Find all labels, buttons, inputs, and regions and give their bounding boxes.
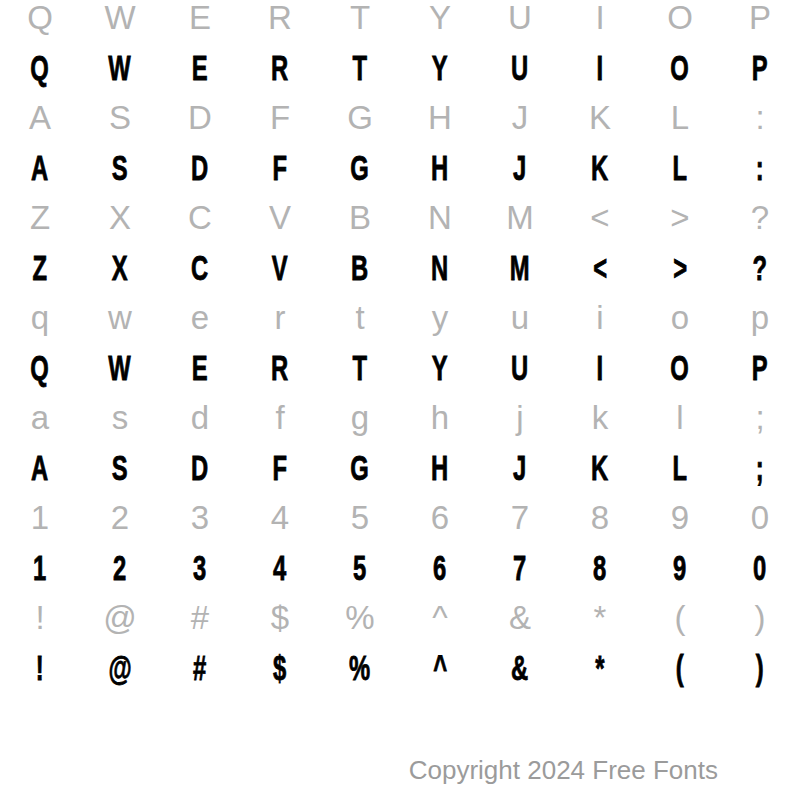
- glyph: F: [273, 448, 288, 488]
- glyph: R: [271, 348, 288, 388]
- glyph-cell: k: [560, 393, 640, 443]
- glyph: 5: [353, 548, 366, 588]
- glyph: E: [192, 48, 208, 88]
- glyph: X: [109, 199, 131, 237]
- glyph: ^: [433, 648, 447, 688]
- glyph: X: [112, 248, 128, 288]
- glyph-cell: 1: [0, 543, 80, 593]
- glyph: Q: [31, 348, 50, 388]
- glyph: U: [511, 348, 528, 388]
- glyph-cell: 7: [480, 543, 560, 593]
- glyph-cell: I: [560, 0, 640, 43]
- glyph: !: [36, 648, 44, 688]
- glyph: ?: [751, 199, 769, 237]
- glyph: 4: [271, 499, 289, 537]
- glyph-cell: <: [560, 193, 640, 243]
- glyph-cell: Z: [0, 243, 80, 293]
- glyph-cell: (: [640, 593, 720, 643]
- glyph-cell: N: [400, 193, 480, 243]
- glyph: &: [511, 648, 528, 688]
- glyph-cell: w: [80, 293, 160, 343]
- glyph-cell: H: [400, 143, 480, 193]
- glyph-cell: W: [80, 343, 160, 393]
- glyph-cell: D: [160, 143, 240, 193]
- glyph: G: [351, 448, 370, 488]
- glyph-cell: h: [400, 393, 480, 443]
- glyph: M: [506, 199, 534, 237]
- glyph-cell: 9: [640, 543, 720, 593]
- glyph-cell: 5: [320, 543, 400, 593]
- glyph-cell: !: [0, 593, 80, 643]
- glyph: ?: [753, 248, 768, 288]
- glyph: G: [347, 99, 373, 137]
- glyph-cell: 4: [240, 493, 320, 543]
- glyph-cell: B: [320, 193, 400, 243]
- glyph: V: [269, 199, 291, 237]
- glyph: K: [591, 148, 608, 188]
- glyph-cell: r: [240, 293, 320, 343]
- glyph-cell: l: [640, 393, 720, 443]
- glyph: N: [428, 199, 452, 237]
- glyph: >: [673, 248, 687, 288]
- glyph: A: [29, 99, 51, 137]
- glyph: d: [191, 399, 209, 437]
- glyph-cell: @: [80, 643, 160, 693]
- glyph-cell: G: [320, 143, 400, 193]
- glyph: :: [755, 99, 764, 137]
- glyph-cell: 6: [400, 493, 480, 543]
- glyph: R: [271, 48, 288, 88]
- glyph-cell: ?: [720, 243, 800, 293]
- glyph: U: [508, 0, 532, 37]
- glyph: 8: [593, 548, 606, 588]
- glyph-cell: F: [240, 143, 320, 193]
- glyph-cell: E: [160, 43, 240, 93]
- glyph: 9: [673, 548, 686, 588]
- glyph-cell: U: [480, 343, 560, 393]
- glyph: G: [351, 148, 370, 188]
- glyph: %: [345, 599, 374, 637]
- glyph-cell: R: [240, 0, 320, 43]
- glyph: ): [756, 648, 764, 688]
- glyph-cell: 4: [240, 543, 320, 593]
- glyph-cell: ?: [720, 193, 800, 243]
- glyph: D: [191, 448, 208, 488]
- glyph-cell: 3: [160, 493, 240, 543]
- glyph-cell: D: [160, 443, 240, 493]
- glyph-cell: F: [240, 93, 320, 143]
- glyph-cell: Q: [0, 0, 80, 43]
- glyph: ;: [755, 399, 764, 437]
- glyph-cell: O: [640, 343, 720, 393]
- glyph-cell: g: [320, 393, 400, 443]
- glyph: i: [596, 299, 603, 337]
- glyph: ^: [432, 599, 448, 637]
- glyph-cell: ): [720, 593, 800, 643]
- glyph: L: [673, 148, 688, 188]
- glyph: j: [516, 399, 523, 437]
- glyph-cell: U: [480, 43, 560, 93]
- glyph-cell: ;: [720, 443, 800, 493]
- glyph-cell: 0: [720, 493, 800, 543]
- glyph-cell: >: [640, 193, 720, 243]
- glyph-cell: W: [80, 43, 160, 93]
- glyph-cell: R: [240, 343, 320, 393]
- glyph-cell: F: [240, 443, 320, 493]
- glyph-cell: &: [480, 593, 560, 643]
- footer-copyright: Copyright 2024 Free Fonts: [409, 757, 718, 783]
- glyph-cell: Y: [400, 0, 480, 43]
- glyph: S: [112, 148, 128, 188]
- glyph: W: [109, 48, 131, 88]
- glyph: !: [35, 599, 44, 637]
- glyph-cell: 0: [720, 543, 800, 593]
- glyph: O: [667, 0, 693, 37]
- glyph-cell: E: [160, 0, 240, 43]
- glyph-cell: M: [480, 243, 560, 293]
- glyph-cell: 8: [560, 493, 640, 543]
- glyph: I: [597, 348, 604, 388]
- glyph-cell: S: [80, 443, 160, 493]
- glyph: q: [31, 299, 49, 337]
- glyph: Y: [432, 48, 448, 88]
- glyph: L: [671, 99, 689, 137]
- glyph-cell: H: [400, 93, 480, 143]
- glyph-cell: t: [320, 293, 400, 343]
- glyph: 9: [671, 499, 689, 537]
- character-grid: QWERTYUIOPQWERTYUIOPASDFGHJKL:ASDFGHJKL:…: [0, 0, 800, 693]
- glyph: 5: [351, 499, 369, 537]
- glyph-cell: d: [160, 393, 240, 443]
- glyph-cell: V: [240, 193, 320, 243]
- glyph: C: [191, 248, 208, 288]
- glyph: 8: [591, 499, 609, 537]
- glyph-cell: P: [720, 0, 800, 43]
- glyph: A: [31, 448, 48, 488]
- glyph: Q: [31, 48, 50, 88]
- glyph: O: [671, 48, 690, 88]
- glyph: T: [353, 48, 368, 88]
- glyph: L: [673, 448, 688, 488]
- glyph: 2: [113, 548, 126, 588]
- glyph: H: [431, 448, 448, 488]
- glyph-cell: %: [320, 643, 400, 693]
- glyph-cell: ;: [720, 393, 800, 443]
- glyph-cell: X: [80, 243, 160, 293]
- glyph-cell: :: [720, 93, 800, 143]
- glyph: *: [595, 648, 604, 688]
- glyph-cell: 7: [480, 493, 560, 543]
- glyph-cell: Z: [0, 193, 80, 243]
- glyph: (: [675, 599, 686, 637]
- glyph: W: [109, 348, 131, 388]
- glyph: K: [589, 99, 611, 137]
- glyph-cell: Q: [0, 343, 80, 393]
- glyph: Z: [30, 199, 50, 237]
- glyph: o: [671, 299, 689, 337]
- glyph: l: [676, 399, 683, 437]
- glyph: :: [756, 148, 764, 188]
- glyph: T: [350, 0, 370, 37]
- glyph: 2: [111, 499, 129, 537]
- glyph: C: [188, 199, 212, 237]
- glyph-cell: :: [720, 143, 800, 193]
- glyph-cell: L: [640, 93, 720, 143]
- glyph: S: [112, 448, 128, 488]
- glyph: P: [752, 48, 768, 88]
- glyph-cell: C: [160, 193, 240, 243]
- glyph: K: [591, 448, 608, 488]
- glyph: &: [509, 599, 531, 637]
- glyph-cell: L: [640, 143, 720, 193]
- glyph-cell: N: [400, 243, 480, 293]
- glyph-cell: K: [560, 143, 640, 193]
- glyph-cell: K: [560, 93, 640, 143]
- glyph: B: [351, 248, 368, 288]
- glyph: #: [191, 599, 209, 637]
- glyph: p: [751, 299, 769, 337]
- glyph-cell: V: [240, 243, 320, 293]
- glyph: J: [512, 99, 529, 137]
- glyph: 3: [193, 548, 206, 588]
- glyph-cell: e: [160, 293, 240, 343]
- glyph-cell: T: [320, 43, 400, 93]
- glyph: A: [31, 148, 48, 188]
- glyph-cell: X: [80, 193, 160, 243]
- glyph-cell: 2: [80, 543, 160, 593]
- glyph: E: [192, 348, 208, 388]
- glyph: 6: [431, 499, 449, 537]
- glyph-cell: $: [240, 643, 320, 693]
- glyph: f: [275, 399, 284, 437]
- glyph-cell: a: [0, 393, 80, 443]
- glyph-cell: 3: [160, 543, 240, 593]
- glyph: J: [513, 448, 526, 488]
- glyph-cell: s: [80, 393, 160, 443]
- glyph-cell: #: [160, 643, 240, 693]
- glyph: @: [108, 648, 131, 688]
- glyph: O: [671, 348, 690, 388]
- glyph: (: [676, 648, 684, 688]
- glyph: g: [351, 399, 369, 437]
- glyph: H: [428, 99, 452, 137]
- glyph-cell: 2: [80, 493, 160, 543]
- glyph: J: [513, 148, 526, 188]
- glyph: 0: [753, 548, 766, 588]
- font-specimen-page: QWERTYUIOPQWERTYUIOPASDFGHJKL:ASDFGHJKL:…: [0, 0, 800, 800]
- glyph: D: [188, 99, 212, 137]
- glyph: W: [104, 0, 135, 37]
- glyph-cell: i: [560, 293, 640, 343]
- glyph: <: [590, 199, 609, 237]
- glyph: H: [431, 148, 448, 188]
- glyph-cell: K: [560, 443, 640, 493]
- glyph: F: [273, 148, 288, 188]
- glyph-cell: 9: [640, 493, 720, 543]
- glyph: u: [511, 299, 529, 337]
- glyph-cell: L: [640, 443, 720, 493]
- glyph: @: [103, 599, 137, 637]
- glyph: %: [349, 648, 370, 688]
- glyph-cell: 8: [560, 543, 640, 593]
- glyph-cell: W: [80, 0, 160, 43]
- glyph-cell: E: [160, 343, 240, 393]
- glyph-cell: ^: [400, 593, 480, 643]
- glyph-cell: H: [400, 443, 480, 493]
- glyph-cell: R: [240, 43, 320, 93]
- glyph: B: [349, 199, 371, 237]
- glyph: R: [268, 0, 292, 37]
- glyph-cell: O: [640, 43, 720, 93]
- glyph: ): [755, 599, 766, 637]
- glyph: F: [270, 99, 290, 137]
- glyph-cell: ): [720, 643, 800, 693]
- glyph: y: [432, 299, 449, 337]
- glyph: 6: [433, 548, 446, 588]
- glyph-cell: j: [480, 393, 560, 443]
- glyph-cell: A: [0, 443, 80, 493]
- glyph-cell: <: [560, 243, 640, 293]
- glyph: t: [355, 299, 364, 337]
- glyph: ;: [756, 448, 764, 488]
- glyph: N: [431, 248, 448, 288]
- glyph: V: [272, 248, 288, 288]
- glyph-cell: *: [560, 643, 640, 693]
- glyph-cell: 5: [320, 493, 400, 543]
- glyph: s: [112, 399, 129, 437]
- glyph: Y: [429, 0, 451, 37]
- glyph: 1: [31, 499, 49, 537]
- glyph: P: [749, 0, 771, 37]
- glyph: w: [108, 299, 132, 337]
- glyph-cell: p: [720, 293, 800, 343]
- glyph: I: [597, 48, 604, 88]
- glyph: Z: [33, 248, 48, 288]
- glyph-cell: 6: [400, 543, 480, 593]
- glyph: k: [592, 399, 609, 437]
- glyph-cell: Y: [400, 343, 480, 393]
- glyph: 7: [511, 499, 529, 537]
- glyph-cell: q: [0, 293, 80, 343]
- glyph: e: [191, 299, 209, 337]
- glyph-cell: I: [560, 43, 640, 93]
- glyph: U: [511, 48, 528, 88]
- glyph: 1: [33, 548, 46, 588]
- glyph-cell: C: [160, 243, 240, 293]
- glyph-cell: I: [560, 343, 640, 393]
- glyph-cell: P: [720, 43, 800, 93]
- glyph: 3: [191, 499, 209, 537]
- glyph: Q: [27, 0, 53, 37]
- glyph-cell: 1: [0, 493, 80, 543]
- glyph: 7: [513, 548, 526, 588]
- glyph-cell: S: [80, 143, 160, 193]
- glyph: Y: [432, 348, 448, 388]
- glyph-cell: A: [0, 93, 80, 143]
- glyph-cell: J: [480, 143, 560, 193]
- glyph: $: [273, 648, 286, 688]
- glyph-cell: o: [640, 293, 720, 343]
- glyph-cell: f: [240, 393, 320, 443]
- glyph-cell: $: [240, 593, 320, 643]
- glyph-cell: >: [640, 243, 720, 293]
- glyph-cell: (: [640, 643, 720, 693]
- glyph-cell: #: [160, 593, 240, 643]
- glyph: P: [752, 348, 768, 388]
- glyph: h: [431, 399, 449, 437]
- glyph-cell: J: [480, 443, 560, 493]
- glyph-cell: G: [320, 443, 400, 493]
- glyph: 0: [751, 499, 769, 537]
- glyph-cell: G: [320, 93, 400, 143]
- glyph-cell: J: [480, 93, 560, 143]
- glyph-cell: %: [320, 593, 400, 643]
- glyph-cell: *: [560, 593, 640, 643]
- glyph-cell: O: [640, 0, 720, 43]
- glyph-cell: T: [320, 0, 400, 43]
- glyph: S: [109, 99, 131, 137]
- glyph: E: [189, 0, 211, 37]
- glyph-cell: y: [400, 293, 480, 343]
- glyph-cell: D: [160, 93, 240, 143]
- glyph-cell: u: [480, 293, 560, 343]
- glyph-cell: B: [320, 243, 400, 293]
- glyph-cell: !: [0, 643, 80, 693]
- glyph: <: [593, 248, 607, 288]
- glyph-cell: P: [720, 343, 800, 393]
- glyph: >: [670, 199, 689, 237]
- glyph-cell: &: [480, 643, 560, 693]
- glyph: #: [193, 648, 206, 688]
- glyph: a: [31, 399, 49, 437]
- glyph-cell: Q: [0, 43, 80, 93]
- glyph-cell: A: [0, 143, 80, 193]
- glyph: T: [353, 348, 368, 388]
- glyph: $: [271, 599, 289, 637]
- glyph-cell: ^: [400, 643, 480, 693]
- glyph-cell: Y: [400, 43, 480, 93]
- glyph-cell: U: [480, 0, 560, 43]
- glyph: 4: [273, 548, 286, 588]
- glyph-cell: M: [480, 193, 560, 243]
- glyph: *: [594, 599, 607, 637]
- glyph-cell: @: [80, 593, 160, 643]
- glyph: r: [275, 299, 286, 337]
- glyph-cell: S: [80, 93, 160, 143]
- glyph-cell: T: [320, 343, 400, 393]
- glyph: M: [510, 248, 530, 288]
- glyph: D: [191, 148, 208, 188]
- glyph: I: [595, 0, 604, 37]
